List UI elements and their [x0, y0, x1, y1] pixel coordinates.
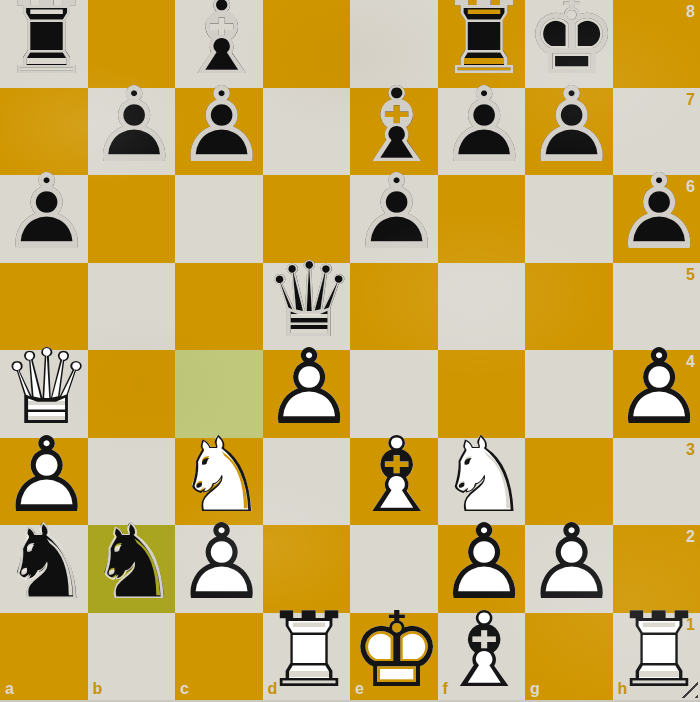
square-a4[interactable]: ♛♕	[0, 350, 88, 438]
square-h3[interactable]: 3	[613, 438, 700, 526]
piece-fill-glyph: ♞	[88, 518, 176, 606]
black-bishop[interactable]: ♝♗	[175, 0, 263, 88]
square-h2[interactable]: 2	[613, 525, 700, 613]
square-h7[interactable]: 7	[613, 88, 700, 176]
piece-fill-glyph: ♟	[525, 81, 613, 169]
square-c3[interactable]: ♞♘	[175, 438, 263, 526]
square-f6[interactable]	[438, 175, 526, 263]
square-h1[interactable]: 1h♜♖	[613, 613, 700, 701]
white-pawn[interactable]: ♟♙	[525, 525, 613, 613]
square-b6[interactable]	[88, 175, 176, 263]
piece-fill-glyph: ♜	[613, 606, 700, 694]
white-pawn[interactable]: ♟♙	[613, 350, 700, 438]
square-e5[interactable]	[350, 263, 438, 351]
square-d4[interactable]: ♟♙	[263, 350, 351, 438]
piece-outline-glyph: ♘	[88, 518, 176, 606]
square-c5[interactable]	[175, 263, 263, 351]
square-e8[interactable]	[350, 0, 438, 88]
square-f1[interactable]: f♝♗	[438, 613, 526, 701]
piece-fill-glyph: ♟	[525, 518, 613, 606]
white-pawn[interactable]: ♟♙	[0, 438, 88, 526]
square-a5[interactable]	[0, 263, 88, 351]
square-c8[interactable]: ♝♗	[175, 0, 263, 88]
piece-fill-glyph: ♟	[0, 431, 88, 519]
rank-label-8: 8	[686, 4, 695, 20]
piece-outline-glyph: ♙	[525, 81, 613, 169]
square-g3[interactable]	[525, 438, 613, 526]
black-pawn[interactable]: ♟♙	[0, 175, 88, 263]
square-f5[interactable]	[438, 263, 526, 351]
black-pawn[interactable]: ♟♙	[613, 175, 700, 263]
piece-outline-glyph: ♙	[88, 81, 176, 169]
piece-fill-glyph: ♝	[350, 81, 438, 169]
file-label-b: b	[93, 681, 103, 697]
black-rook[interactable]: ♜♖	[0, 0, 88, 88]
square-g7[interactable]: ♟♙	[525, 88, 613, 176]
piece-outline-glyph: ♙	[613, 168, 700, 256]
black-rook[interactable]: ♜♖	[438, 0, 526, 88]
piece-fill-glyph: ♜	[438, 0, 526, 81]
piece-outline-glyph: ♔	[525, 0, 613, 81]
piece-outline-glyph: ♖	[438, 0, 526, 81]
square-c6[interactable]	[175, 175, 263, 263]
piece-outline-glyph: ♙	[613, 343, 700, 431]
piece-fill-glyph: ♟	[438, 518, 526, 606]
square-c4[interactable]	[175, 350, 263, 438]
rank-label-3: 3	[686, 442, 695, 458]
square-h4[interactable]: 4♟♙	[613, 350, 700, 438]
file-label-c: c	[180, 681, 189, 697]
piece-outline-glyph: ♖	[263, 606, 351, 694]
square-f7[interactable]: ♟♙	[438, 88, 526, 176]
piece-fill-glyph: ♝	[350, 431, 438, 519]
black-knight[interactable]: ♞♘	[0, 525, 88, 613]
piece-fill-glyph: ♝	[175, 0, 263, 81]
square-d6[interactable]	[263, 175, 351, 263]
square-e6[interactable]: ♟♙	[350, 175, 438, 263]
black-king[interactable]: ♚♔	[525, 0, 613, 88]
square-b1[interactable]: b	[88, 613, 176, 701]
square-a2[interactable]: ♞♘	[0, 525, 88, 613]
square-b8[interactable]	[88, 0, 176, 88]
black-pawn[interactable]: ♟♙	[438, 88, 526, 176]
square-a8[interactable]: ♜♖	[0, 0, 88, 88]
piece-fill-glyph: ♚	[525, 0, 613, 81]
square-a6[interactable]: ♟♙	[0, 175, 88, 263]
piece-outline-glyph: ♘	[0, 518, 88, 606]
square-e3[interactable]: ♝♗	[350, 438, 438, 526]
square-g8[interactable]: ♚♔	[525, 0, 613, 88]
piece-fill-glyph: ♞	[175, 431, 263, 519]
piece-outline-glyph: ♙	[438, 518, 526, 606]
square-h8[interactable]: 8	[613, 0, 700, 88]
square-h6[interactable]: 6♟♙	[613, 175, 700, 263]
white-rook[interactable]: ♜♖	[263, 613, 351, 701]
piece-outline-glyph: ♙	[0, 431, 88, 519]
rank-label-5: 5	[686, 267, 695, 283]
piece-fill-glyph: ♟	[613, 168, 700, 256]
square-e7[interactable]: ♝♗	[350, 88, 438, 176]
piece-outline-glyph: ♖	[0, 0, 88, 81]
square-e4[interactable]	[350, 350, 438, 438]
piece-fill-glyph: ♟	[613, 343, 700, 431]
piece-outline-glyph: ♗	[350, 81, 438, 169]
white-knight[interactable]: ♞♘	[438, 438, 526, 526]
white-pawn[interactable]: ♟♙	[438, 525, 526, 613]
square-g5[interactable]	[525, 263, 613, 351]
piece-outline-glyph: ♙	[438, 81, 526, 169]
black-knight[interactable]: ♞♘	[88, 525, 176, 613]
square-b5[interactable]	[88, 263, 176, 351]
piece-outline-glyph: ♘	[175, 431, 263, 519]
square-c2[interactable]: ♟♙	[175, 525, 263, 613]
black-pawn[interactable]: ♟♙	[88, 88, 176, 176]
square-f3[interactable]: ♞♘	[438, 438, 526, 526]
square-f8[interactable]: ♜♖	[438, 0, 526, 88]
square-h5[interactable]: 5	[613, 263, 700, 351]
piece-outline-glyph: ♘	[438, 431, 526, 519]
square-c7[interactable]: ♟♙	[175, 88, 263, 176]
rank-label-7: 7	[686, 92, 695, 108]
square-d5[interactable]: ♛♕	[263, 263, 351, 351]
piece-outline-glyph: ♙	[350, 168, 438, 256]
square-d3[interactable]	[263, 438, 351, 526]
square-e1[interactable]: e♚♔	[350, 613, 438, 701]
piece-outline-glyph: ♙	[175, 518, 263, 606]
piece-fill-glyph: ♟	[175, 81, 263, 169]
white-knight[interactable]: ♞♘	[175, 438, 263, 526]
white-bishop[interactable]: ♝♗	[350, 438, 438, 526]
piece-outline-glyph: ♖	[613, 606, 700, 694]
black-pawn[interactable]: ♟♙	[175, 88, 263, 176]
white-pawn[interactable]: ♟♙	[263, 350, 351, 438]
piece-outline-glyph: ♗	[438, 606, 526, 694]
piece-fill-glyph: ♛	[263, 256, 351, 344]
square-b2[interactable]: ♞♘	[88, 525, 176, 613]
square-g4[interactable]	[525, 350, 613, 438]
square-g1[interactable]: g	[525, 613, 613, 701]
black-queen[interactable]: ♛♕	[263, 263, 351, 351]
piece-fill-glyph: ♝	[438, 606, 526, 694]
piece-outline-glyph: ♙	[525, 518, 613, 606]
square-b7[interactable]: ♟♙	[88, 88, 176, 176]
square-f4[interactable]	[438, 350, 526, 438]
piece-fill-glyph: ♜	[263, 606, 351, 694]
piece-outline-glyph: ♔	[350, 606, 438, 694]
piece-fill-glyph: ♟	[88, 81, 176, 169]
black-pawn[interactable]: ♟♙	[350, 175, 438, 263]
piece-outline-glyph: ♙	[263, 343, 351, 431]
piece-outline-glyph: ♗	[175, 0, 263, 81]
piece-fill-glyph: ♞	[438, 431, 526, 519]
white-pawn[interactable]: ♟♙	[175, 525, 263, 613]
square-f2[interactable]: ♟♙	[438, 525, 526, 613]
piece-fill-glyph: ♟	[438, 81, 526, 169]
piece-outline-glyph: ♙	[175, 81, 263, 169]
square-d2[interactable]	[263, 525, 351, 613]
white-queen[interactable]: ♛♕	[0, 350, 88, 438]
square-e2[interactable]	[350, 525, 438, 613]
piece-outline-glyph: ♗	[350, 431, 438, 519]
piece-outline-glyph: ♕	[0, 343, 88, 431]
square-g6[interactable]	[525, 175, 613, 263]
chess-board: ♜♖♝♗♜♖♚♔8♟♙♟♙♝♗♟♙♟♙7♟♙♟♙6♟♙♛♕5♛♕♟♙4♟♙♟♙♞…	[0, 0, 700, 700]
piece-outline-glyph: ♕	[263, 256, 351, 344]
square-a1[interactable]: a	[0, 613, 88, 701]
white-bishop[interactable]: ♝♗	[438, 613, 526, 701]
square-a3[interactable]: ♟♙	[0, 438, 88, 526]
piece-outline-glyph: ♙	[0, 168, 88, 256]
square-d7[interactable]	[263, 88, 351, 176]
file-label-g: g	[530, 681, 540, 697]
black-bishop[interactable]: ♝♗	[350, 88, 438, 176]
piece-fill-glyph: ♟	[0, 168, 88, 256]
square-a7[interactable]	[0, 88, 88, 176]
white-king[interactable]: ♚♔	[350, 613, 438, 701]
piece-fill-glyph: ♜	[0, 0, 88, 81]
square-d1[interactable]: d♜♖	[263, 613, 351, 701]
rank-label-2: 2	[686, 529, 695, 545]
square-d8[interactable]	[263, 0, 351, 88]
square-c1[interactable]: c	[175, 613, 263, 701]
piece-fill-glyph: ♞	[0, 518, 88, 606]
file-label-a: a	[5, 681, 14, 697]
piece-fill-glyph: ♟	[263, 343, 351, 431]
piece-fill-glyph: ♚	[350, 606, 438, 694]
black-pawn[interactable]: ♟♙	[525, 88, 613, 176]
piece-fill-glyph: ♛	[0, 343, 88, 431]
piece-fill-glyph: ♟	[175, 518, 263, 606]
piece-fill-glyph: ♟	[350, 168, 438, 256]
square-g2[interactable]: ♟♙	[525, 525, 613, 613]
square-b4[interactable]	[88, 350, 176, 438]
chess-app-window: ♜♖♝♗♜♖♚♔8♟♙♟♙♝♗♟♙♟♙7♟♙♟♙6♟♙♛♕5♛♕♟♙4♟♙♟♙♞…	[0, 0, 700, 702]
square-b3[interactable]	[88, 438, 176, 526]
white-rook[interactable]: ♜♖	[613, 613, 700, 701]
